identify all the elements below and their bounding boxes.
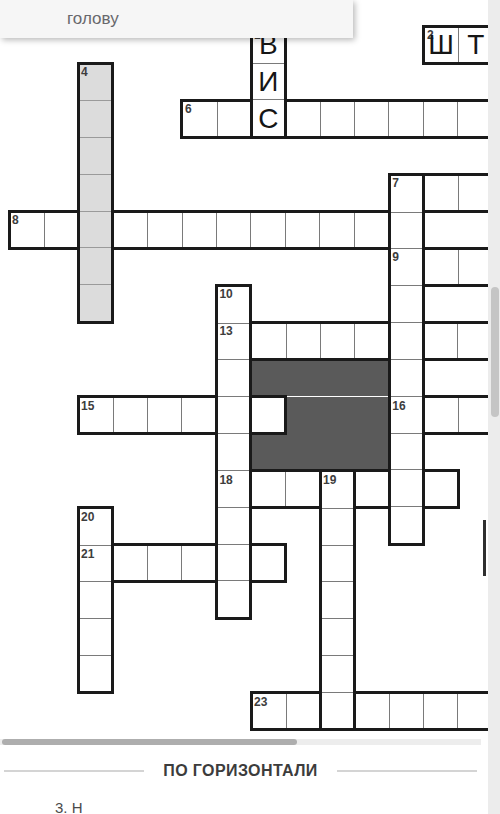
- cell-r10-c12[interactable]: [424, 398, 458, 432]
- cell-r7-c11[interactable]: [391, 285, 423, 322]
- cell-r17-c9[interactable]: [322, 655, 354, 692]
- cell-r5-c3[interactable]: [113, 213, 147, 247]
- cell-r15-c9[interactable]: [322, 581, 354, 618]
- word-23-across: [250, 691, 495, 731]
- cell-r12-c12[interactable]: [423, 472, 457, 506]
- cell-r15-c6[interactable]: [218, 580, 250, 617]
- word-1-down: [250, 25, 288, 139]
- cell-r12-c8[interactable]: [285, 472, 319, 506]
- dark-block: [251, 434, 389, 471]
- cell-r5-c1[interactable]: [44, 213, 78, 247]
- cell-r18-c13[interactable]: [457, 694, 491, 728]
- word-10-down: [215, 284, 253, 620]
- cell-r12-c11[interactable]: [391, 469, 423, 506]
- cell-r4-c2[interactable]: [80, 174, 112, 211]
- cell-r0-c13[interactable]: [458, 28, 492, 62]
- cell-r10-c7[interactable]: [250, 398, 284, 432]
- divider-line-right: [337, 770, 477, 772]
- word-7-down: [388, 173, 426, 547]
- cell-r4-c12[interactable]: [424, 176, 458, 210]
- cell-r0-c12[interactable]: [425, 28, 458, 62]
- horizontal-scrollbar-track[interactable]: [0, 739, 481, 745]
- cell-r12-c7[interactable]: [251, 472, 285, 506]
- word-4-down: [77, 62, 115, 324]
- cell-r2-c10[interactable]: [354, 102, 388, 136]
- cell-r11-c6[interactable]: [218, 433, 250, 470]
- cell-r2-c8[interactable]: [285, 102, 319, 136]
- cell-r2-c12[interactable]: [423, 102, 457, 136]
- cell-r8-c6[interactable]: [218, 323, 250, 360]
- cell-r2-c6[interactable]: [217, 102, 251, 136]
- cell-r5-c7[interactable]: [250, 213, 284, 247]
- cell-r10-c13[interactable]: [458, 398, 492, 432]
- cell-r8-c10[interactable]: [354, 324, 388, 358]
- autocomplete-suggestion[interactable]: голову: [0, 0, 353, 29]
- cell-r8-c13[interactable]: [457, 324, 491, 358]
- cell-r18-c11[interactable]: [389, 694, 423, 728]
- word-19-down: [319, 469, 357, 731]
- dark-block: [286, 397, 390, 434]
- cell-r8-c7[interactable]: [251, 324, 285, 358]
- dark-block: [251, 359, 389, 396]
- clue-text-partial: 3. Н: [55, 799, 83, 814]
- inner-frame-scrollbar-thumb[interactable]: [483, 520, 486, 576]
- cell-r2-c9[interactable]: [320, 102, 354, 136]
- cell-r10-c11[interactable]: [391, 396, 423, 433]
- cell-r2-c7[interactable]: [253, 99, 285, 135]
- across-section-header: ПО ГОРИЗОНТАЛИ: [0, 762, 481, 780]
- cell-r10-c2[interactable]: [80, 398, 113, 432]
- cell-r6-c11[interactable]: [391, 248, 423, 285]
- cell-r14-c4[interactable]: [147, 546, 181, 580]
- vertical-scrollbar-thumb[interactable]: [491, 287, 499, 417]
- across-section-title: ПО ГОРИЗОНТАЛИ: [163, 762, 318, 780]
- cell-r2-c11[interactable]: [388, 102, 422, 136]
- cell-r16-c9[interactable]: [322, 618, 354, 655]
- cell-r14-c7[interactable]: [250, 546, 284, 580]
- cell-r2-c13[interactable]: [457, 102, 491, 136]
- cell-r5-c8[interactable]: [285, 213, 319, 247]
- cell-r12-c9[interactable]: [322, 472, 354, 508]
- cell-r7-c6[interactable]: [218, 287, 250, 323]
- cell-r12-c6[interactable]: [218, 470, 250, 507]
- cell-r14-c5[interactable]: [181, 546, 215, 580]
- cell-r14-c9[interactable]: [322, 545, 354, 582]
- word-20-down: [77, 506, 115, 694]
- cell-r5-c6[interactable]: [216, 213, 250, 247]
- cell-r5-c5[interactable]: [182, 213, 216, 247]
- word-6-across: [180, 99, 494, 139]
- divider-line-left: [4, 770, 144, 772]
- cell-r7-c2[interactable]: [80, 284, 112, 321]
- cell-r5-c2[interactable]: [80, 211, 112, 248]
- cell-r10-c5[interactable]: [181, 398, 215, 432]
- cell-r17-c2[interactable]: [80, 655, 112, 692]
- cell-r1-c2[interactable]: [80, 65, 112, 101]
- cell-r5-c9[interactable]: [319, 213, 353, 247]
- cell-r10-c6[interactable]: [218, 396, 250, 433]
- word-8-across: [8, 210, 426, 250]
- cell-r6-c12[interactable]: [424, 250, 458, 284]
- cell-r4-c13[interactable]: [458, 176, 492, 210]
- cell-r8-c12[interactable]: [423, 324, 457, 358]
- vertical-scrollbar-track[interactable]: [488, 0, 500, 814]
- cell-r8-c9[interactable]: [320, 324, 354, 358]
- cell-r2-c2[interactable]: [80, 100, 112, 137]
- cell-r13-c6[interactable]: [218, 507, 250, 544]
- cell-r18-c8[interactable]: [286, 694, 320, 728]
- cell-r14-c3[interactable]: [113, 546, 147, 580]
- cell-r2-c5[interactable]: [183, 102, 216, 136]
- cell-r3-c2[interactable]: [80, 137, 112, 174]
- cell-r9-c6[interactable]: [218, 359, 250, 396]
- cell-r10-c3[interactable]: [113, 398, 147, 432]
- cell-r9-c11[interactable]: [391, 359, 423, 396]
- cell-r5-c11[interactable]: [391, 212, 423, 249]
- word-2-across: [422, 25, 494, 65]
- cell-r15-c2[interactable]: [80, 581, 112, 618]
- cell-r14-c2[interactable]: [80, 545, 112, 582]
- cell-r12-c10[interactable]: [354, 472, 388, 506]
- word-13-across: [215, 321, 495, 361]
- cell-r18-c7[interactable]: [253, 694, 286, 728]
- cell-r14-c6[interactable]: [218, 544, 250, 581]
- cell-r8-c11[interactable]: [391, 322, 423, 359]
- horizontal-scrollbar-thumb[interactable]: [2, 739, 297, 745]
- cell-r13-c11[interactable]: [391, 506, 423, 543]
- cell-r8-c8[interactable]: [286, 324, 320, 358]
- cell-r5-c0[interactable]: [11, 213, 44, 247]
- cell-r4-c11[interactable]: [391, 176, 423, 212]
- cell-r18-c12[interactable]: [423, 694, 457, 728]
- cell-r5-c10[interactable]: [354, 213, 388, 247]
- autocomplete-bar[interactable]: голову: [0, 0, 353, 38]
- cell-r13-c2[interactable]: [80, 509, 112, 545]
- cell-r11-c11[interactable]: [391, 433, 423, 470]
- cell-r18-c10[interactable]: [354, 694, 388, 728]
- cell-r1-c7[interactable]: [253, 63, 285, 99]
- cell-r18-c9[interactable]: [322, 692, 354, 729]
- cell-r6-c2[interactable]: [80, 247, 112, 284]
- crossword-board: 1246789101315161819202123ВИСШТ: [0, 0, 500, 814]
- cell-r16-c2[interactable]: [80, 618, 112, 655]
- cell-r6-c13[interactable]: [458, 250, 492, 284]
- cell-r5-c4[interactable]: [147, 213, 181, 247]
- cell-r10-c4[interactable]: [147, 398, 181, 432]
- cell-r13-c9[interactable]: [322, 508, 354, 545]
- word-15-across: [77, 395, 287, 435]
